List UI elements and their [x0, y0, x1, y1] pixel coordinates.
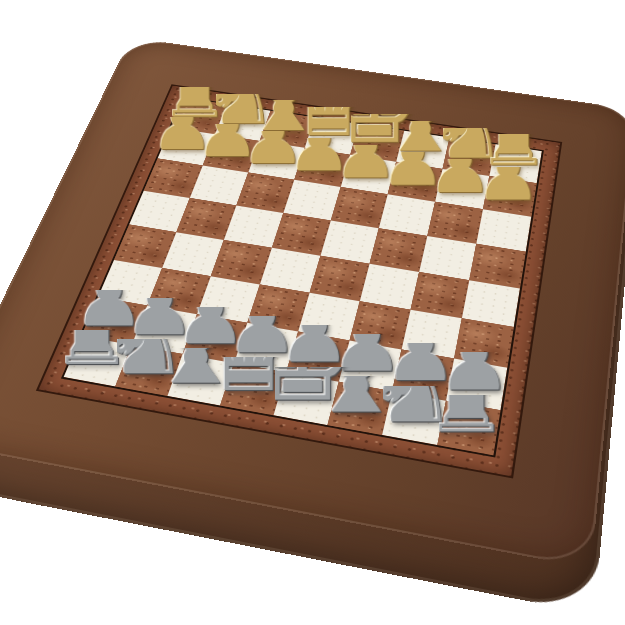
- burl-board-panel: ♜♞♝♛♚♝♞♜♟♟♟♟♟♟♟♟♟♟♟♟♟♟♟♟♜♞♝♛♚♝♞♜: [36, 84, 562, 478]
- product-photo-scene: ♜♞♝♛♚♝♞♜♟♟♟♟♟♟♟♟♟♟♟♟♟♟♟♟♜♞♝♛♚♝♞♜: [0, 0, 625, 625]
- piece-layer: ♜♞♝♛♚♝♞♜♟♟♟♟♟♟♟♟♟♟♟♟♟♟♟♟♜♞♝♛♚♝♞♜: [64, 98, 542, 455]
- piece-silver-rook-h1[interactable]: ♜: [439, 395, 495, 451]
- rook-glyph: ♜: [423, 353, 510, 445]
- chess-table: ♜♞♝♛♚♝♞♜♟♟♟♟♟♟♟♟♟♟♟♟♟♟♟♟♜♞♝♛♚♝♞♜: [0, 37, 625, 568]
- piece-gold-pawn-h7[interactable]: ♟: [484, 167, 532, 215]
- pawn-glyph: ♟: [475, 139, 541, 209]
